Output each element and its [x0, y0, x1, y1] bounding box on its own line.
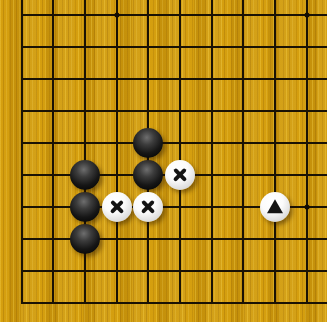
grid-line-horizontal [21, 46, 327, 48]
star-point [114, 13, 119, 18]
grid-line-horizontal [21, 238, 327, 240]
grid-line-horizontal [21, 142, 327, 144]
white-stone[interactable] [133, 192, 163, 222]
grid-line-horizontal [21, 270, 327, 272]
star-point [304, 205, 309, 210]
white-stone[interactable] [165, 160, 195, 190]
grid-line-horizontal [21, 110, 327, 112]
white-stone[interactable] [102, 192, 132, 222]
grid-line-horizontal [21, 78, 327, 80]
grid-line-horizontal [21, 14, 327, 16]
triangle-mark [267, 199, 283, 213]
black-stone[interactable] [133, 128, 163, 158]
black-stone[interactable] [70, 160, 100, 190]
black-stone[interactable] [70, 224, 100, 254]
star-point [304, 13, 309, 18]
black-stone[interactable] [133, 160, 163, 190]
white-stone[interactable] [260, 192, 290, 222]
grid-line-horizontal [21, 302, 327, 304]
black-stone[interactable] [70, 192, 100, 222]
go-board[interactable] [0, 0, 327, 322]
